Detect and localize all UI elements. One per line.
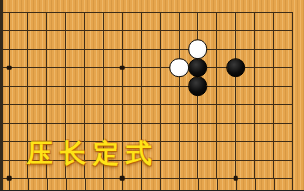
grid-cell xyxy=(274,142,293,160)
grid-cell xyxy=(66,68,85,86)
grid-cell xyxy=(142,13,161,31)
grid-cell xyxy=(66,105,85,123)
grid-cell xyxy=(104,87,123,105)
grid-cell xyxy=(28,50,47,68)
grid-cell xyxy=(142,31,161,49)
grid-cell xyxy=(47,31,66,49)
grid-cell xyxy=(161,105,180,123)
grid-lines-bottom-extension xyxy=(9,179,294,191)
grid-cell xyxy=(274,124,293,142)
grid-cell xyxy=(236,105,255,123)
grid-cell xyxy=(180,161,199,179)
grid-cell xyxy=(217,13,236,31)
grid-cell xyxy=(10,31,29,49)
grid-cell xyxy=(274,87,293,105)
grid-cell xyxy=(123,31,142,49)
grid-cell xyxy=(255,50,274,68)
grid-cell xyxy=(10,142,29,160)
grid-cell xyxy=(10,161,29,179)
grid-cell xyxy=(255,161,274,179)
grid-cell xyxy=(66,31,85,49)
grid-cell xyxy=(236,31,255,49)
grid-cell xyxy=(10,50,29,68)
black-stone[interactable] xyxy=(188,76,208,96)
star-point xyxy=(7,176,12,181)
grid-cell xyxy=(47,50,66,68)
grid-cell xyxy=(85,50,104,68)
grid-cell xyxy=(66,87,85,105)
grid-cell xyxy=(10,68,29,86)
grid-cell xyxy=(85,87,104,105)
grid-cell xyxy=(28,13,47,31)
grid-cell xyxy=(28,105,47,123)
grid-cell xyxy=(161,142,180,160)
grid-cell xyxy=(180,105,199,123)
black-stone[interactable] xyxy=(226,58,246,78)
grid-cell xyxy=(47,105,66,123)
grid-cell xyxy=(236,161,255,179)
grid-cell xyxy=(104,105,123,123)
grid-cell xyxy=(255,105,274,123)
grid-cell xyxy=(274,13,293,31)
grid-cell xyxy=(47,68,66,86)
grid-cell xyxy=(142,50,161,68)
grid-cell xyxy=(255,13,274,31)
grid-cell xyxy=(161,87,180,105)
black-stone[interactable] xyxy=(188,58,208,78)
board-left-edge xyxy=(0,0,3,190)
grid-cell xyxy=(217,142,236,160)
grid-cell xyxy=(66,50,85,68)
grid-cell xyxy=(66,13,85,31)
grid-cell xyxy=(123,68,142,86)
grid-cell xyxy=(123,50,142,68)
grid-cell xyxy=(255,124,274,142)
grid-cell xyxy=(255,68,274,86)
grid-cell xyxy=(28,68,47,86)
grid-cell xyxy=(161,13,180,31)
grid-cell xyxy=(198,13,217,31)
joseki-caption: 压长定式 xyxy=(27,140,159,166)
grid-cell xyxy=(123,87,142,105)
grid-cell xyxy=(104,68,123,86)
grid-cell xyxy=(180,124,199,142)
grid-cell xyxy=(123,13,142,31)
grid-cell xyxy=(274,105,293,123)
grid-cell xyxy=(236,124,255,142)
grid-cell xyxy=(123,105,142,123)
grid-cell xyxy=(142,87,161,105)
grid-cell xyxy=(10,87,29,105)
grid-cell xyxy=(104,13,123,31)
grid-cell xyxy=(10,105,29,123)
grid-cell xyxy=(217,124,236,142)
grid-cell xyxy=(255,31,274,49)
star-point xyxy=(7,66,12,71)
grid-cell xyxy=(255,142,274,160)
grid-cell xyxy=(85,105,104,123)
grid-cell xyxy=(85,31,104,49)
white-stone[interactable] xyxy=(188,40,208,60)
grid-cell xyxy=(274,68,293,86)
grid-cell xyxy=(161,31,180,49)
grid-cell xyxy=(161,161,180,179)
grid-cell xyxy=(180,13,199,31)
star-point xyxy=(120,66,125,71)
grid-cell xyxy=(142,105,161,123)
grid-cell xyxy=(236,142,255,160)
grid-cell xyxy=(274,31,293,49)
grid-cell xyxy=(217,31,236,49)
grid-cell xyxy=(28,87,47,105)
grid-cell xyxy=(85,13,104,31)
go-board[interactable]: 压长定式 xyxy=(0,0,304,190)
grid-cell xyxy=(198,142,217,160)
star-point xyxy=(233,176,238,181)
grid-cell xyxy=(217,87,236,105)
grid-cell xyxy=(236,13,255,31)
grid-cell xyxy=(47,87,66,105)
grid-cell xyxy=(180,142,199,160)
grid-cell xyxy=(198,124,217,142)
grid-cell xyxy=(10,13,29,31)
grid-cell xyxy=(274,161,293,179)
grid-cell xyxy=(142,68,161,86)
grid-cell xyxy=(198,105,217,123)
grid-cell xyxy=(217,105,236,123)
grid-cell xyxy=(236,87,255,105)
grid-cell xyxy=(104,31,123,49)
grid-cell xyxy=(85,68,104,86)
white-stone[interactable] xyxy=(169,58,189,78)
grid-cell xyxy=(198,161,217,179)
grid-cell xyxy=(28,31,47,49)
grid-cell xyxy=(255,87,274,105)
grid-cell xyxy=(274,50,293,68)
grid-cell xyxy=(10,124,29,142)
star-point xyxy=(120,176,125,181)
grid-cell xyxy=(161,124,180,142)
grid-cell xyxy=(47,13,66,31)
